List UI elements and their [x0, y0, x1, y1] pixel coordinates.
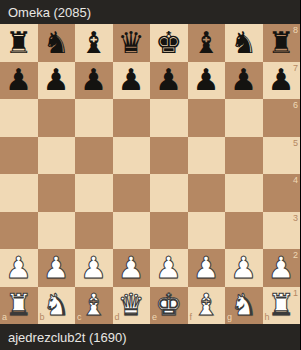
- square-d3[interactable]: [113, 212, 151, 250]
- piece-white-pawn[interactable]: ♟: [0, 249, 38, 287]
- chess-game-screen: Omeka (2085) ♜♞♝♛♚♝♞♜8♟♟♟♟♟♟♟♟76543♟♟♟♟♟…: [0, 0, 300, 350]
- player-bar: ajedrezclub2t (1690): [0, 324, 300, 350]
- piece-white-bishop[interactable]: ♝: [75, 287, 113, 325]
- square-f1[interactable]: ♝f: [188, 287, 226, 325]
- piece-white-pawn[interactable]: ♟: [38, 249, 76, 287]
- square-e4[interactable]: [150, 174, 188, 212]
- square-a3[interactable]: [0, 212, 38, 250]
- piece-black-pawn[interactable]: ♟: [188, 62, 226, 100]
- square-b3[interactable]: [38, 212, 76, 250]
- opponent-name: Omeka (2085): [8, 5, 91, 20]
- square-h3[interactable]: 3: [263, 212, 301, 250]
- square-f2[interactable]: ♟: [188, 249, 226, 287]
- square-d4[interactable]: [113, 174, 151, 212]
- square-f5[interactable]: [188, 137, 226, 175]
- square-e1[interactable]: ♚e: [150, 287, 188, 325]
- square-c2[interactable]: ♟: [75, 249, 113, 287]
- piece-black-pawn[interactable]: ♟: [225, 62, 263, 100]
- square-e5[interactable]: [150, 137, 188, 175]
- square-g8[interactable]: ♞: [225, 24, 263, 62]
- piece-black-knight[interactable]: ♞: [38, 24, 76, 62]
- square-f8[interactable]: ♝: [188, 24, 226, 62]
- piece-black-pawn[interactable]: ♟: [150, 62, 188, 100]
- square-b6[interactable]: [38, 99, 76, 137]
- square-g5[interactable]: [225, 137, 263, 175]
- square-e3[interactable]: [150, 212, 188, 250]
- chess-board: ♜♞♝♛♚♝♞♜8♟♟♟♟♟♟♟♟76543♟♟♟♟♟♟♟♟2♜a♞b♝c♛d♚…: [0, 24, 300, 324]
- piece-white-pawn[interactable]: ♟: [75, 249, 113, 287]
- square-g3[interactable]: [225, 212, 263, 250]
- square-b8[interactable]: ♞: [38, 24, 76, 62]
- square-h5[interactable]: 5: [263, 137, 301, 175]
- piece-white-pawn[interactable]: ♟: [188, 249, 226, 287]
- piece-black-rook[interactable]: ♜: [0, 24, 38, 62]
- square-a1[interactable]: ♜a: [0, 287, 38, 325]
- square-g2[interactable]: ♟: [225, 249, 263, 287]
- piece-white-king[interactable]: ♚: [150, 287, 188, 325]
- piece-white-pawn[interactable]: ♟: [263, 249, 301, 287]
- square-c8[interactable]: ♝: [75, 24, 113, 62]
- square-b5[interactable]: [38, 137, 76, 175]
- square-f6[interactable]: [188, 99, 226, 137]
- square-a4[interactable]: [0, 174, 38, 212]
- square-d5[interactable]: [113, 137, 151, 175]
- square-f7[interactable]: ♟: [188, 62, 226, 100]
- square-b1[interactable]: ♞b: [38, 287, 76, 325]
- square-e6[interactable]: [150, 99, 188, 137]
- square-c6[interactable]: [75, 99, 113, 137]
- square-h8[interactable]: ♜8: [263, 24, 301, 62]
- piece-white-pawn[interactable]: ♟: [225, 249, 263, 287]
- piece-black-king[interactable]: ♚: [150, 24, 188, 62]
- piece-black-knight[interactable]: ♞: [225, 24, 263, 62]
- square-e2[interactable]: ♟: [150, 249, 188, 287]
- square-c4[interactable]: [75, 174, 113, 212]
- square-b4[interactable]: [38, 174, 76, 212]
- rank-label-5: 5: [293, 139, 298, 148]
- piece-white-bishop[interactable]: ♝: [188, 287, 226, 325]
- square-g4[interactable]: [225, 174, 263, 212]
- piece-black-queen[interactable]: ♛: [113, 24, 151, 62]
- square-d7[interactable]: ♟: [113, 62, 151, 100]
- square-b2[interactable]: ♟: [38, 249, 76, 287]
- square-d8[interactable]: ♛: [113, 24, 151, 62]
- square-d6[interactable]: [113, 99, 151, 137]
- square-e7[interactable]: ♟: [150, 62, 188, 100]
- piece-black-bishop[interactable]: ♝: [75, 24, 113, 62]
- square-c7[interactable]: ♟: [75, 62, 113, 100]
- piece-black-pawn[interactable]: ♟: [113, 62, 151, 100]
- square-f3[interactable]: [188, 212, 226, 250]
- piece-white-rook[interactable]: ♜: [263, 287, 301, 325]
- piece-black-pawn[interactable]: ♟: [38, 62, 76, 100]
- square-g1[interactable]: ♞g: [225, 287, 263, 325]
- square-a5[interactable]: [0, 137, 38, 175]
- piece-white-knight[interactable]: ♞: [225, 287, 263, 325]
- piece-black-pawn[interactable]: ♟: [263, 62, 301, 100]
- piece-white-knight[interactable]: ♞: [38, 287, 76, 325]
- square-e8[interactable]: ♚: [150, 24, 188, 62]
- rank-label-4: 4: [293, 176, 298, 185]
- opponent-bar: Omeka (2085): [0, 0, 300, 24]
- piece-white-pawn[interactable]: ♟: [150, 249, 188, 287]
- piece-black-pawn[interactable]: ♟: [75, 62, 113, 100]
- square-h2[interactable]: ♟2: [263, 249, 301, 287]
- piece-white-pawn[interactable]: ♟: [113, 249, 151, 287]
- square-d1[interactable]: ♛d: [113, 287, 151, 325]
- square-a7[interactable]: ♟: [0, 62, 38, 100]
- piece-white-queen[interactable]: ♛: [113, 287, 151, 325]
- player-name: ajedrezclub2t (1690): [8, 330, 127, 345]
- piece-white-rook[interactable]: ♜: [0, 287, 38, 325]
- rank-label-6: 6: [293, 101, 298, 110]
- square-d2[interactable]: ♟: [113, 249, 151, 287]
- square-g7[interactable]: ♟: [225, 62, 263, 100]
- square-a6[interactable]: [0, 99, 38, 137]
- square-h6[interactable]: 6: [263, 99, 301, 137]
- square-c1[interactable]: ♝c: [75, 287, 113, 325]
- square-c3[interactable]: [75, 212, 113, 250]
- square-f4[interactable]: [188, 174, 226, 212]
- square-h4[interactable]: 4: [263, 174, 301, 212]
- square-a2[interactable]: ♟: [0, 249, 38, 287]
- rank-label-3: 3: [293, 214, 298, 223]
- square-b7[interactable]: ♟: [38, 62, 76, 100]
- square-h1[interactable]: ♜1h: [263, 287, 301, 325]
- piece-black-bishop[interactable]: ♝: [188, 24, 226, 62]
- piece-black-rook[interactable]: ♜: [263, 24, 301, 62]
- square-c5[interactable]: [75, 137, 113, 175]
- piece-black-pawn[interactable]: ♟: [0, 62, 38, 100]
- square-g6[interactable]: [225, 99, 263, 137]
- square-h7[interactable]: ♟7: [263, 62, 301, 100]
- square-a8[interactable]: ♜: [0, 24, 38, 62]
